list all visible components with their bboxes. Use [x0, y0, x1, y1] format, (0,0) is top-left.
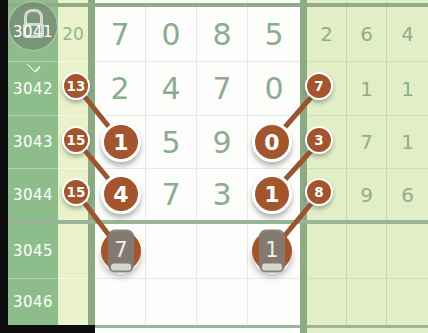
chip-badge-8[interactable]: 8	[305, 178, 333, 206]
number-peg: 1	[259, 230, 285, 273]
placed-circle-1a[interactable]: 1	[101, 122, 141, 162]
ghost-tile-7[interactable]: 7	[101, 231, 141, 271]
placed-circle-4[interactable]: 4	[101, 174, 141, 214]
placed-circle-1b[interactable]: 1	[252, 174, 292, 214]
placed-circle-0[interactable]: 0	[252, 122, 292, 162]
row-label-3041: 3041	[8, 7, 58, 57]
lottery-board-screen: 20 7 0 8 5 2 6 4 3042 2 4 7 0 1 1 3043 5…	[0, 0, 428, 333]
chip-badge-15a[interactable]: 15	[62, 126, 90, 154]
number-peg: 7	[108, 230, 134, 273]
connector-lines	[0, 0, 428, 333]
ghost-tile-1[interactable]: 1	[252, 231, 292, 271]
chip-badge-7[interactable]: 7	[305, 72, 333, 100]
chip-badge-3[interactable]: 3	[305, 126, 333, 154]
chip-badge-13[interactable]: 13	[62, 72, 90, 100]
chip-badge-15b[interactable]: 15	[62, 178, 90, 206]
